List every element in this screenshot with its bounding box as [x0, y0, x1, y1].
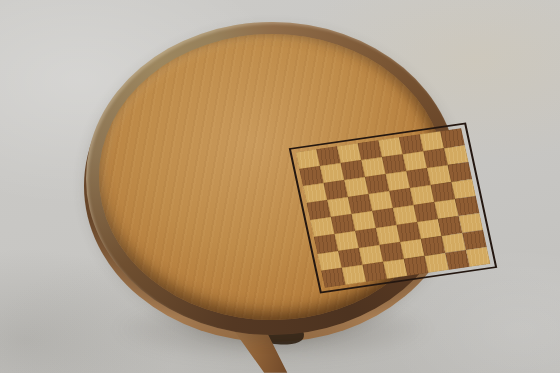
- chessboard-grid: [296, 128, 491, 288]
- chessboard: [289, 123, 498, 294]
- square-h1[interactable]: [466, 247, 490, 267]
- scene: [0, 0, 560, 373]
- table-surface: [99, 34, 445, 320]
- table-rim: [86, 22, 458, 335]
